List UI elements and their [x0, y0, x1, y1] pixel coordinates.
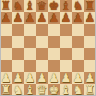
square-b7[interactable]: ♟ [12, 12, 24, 24]
chess-board[interactable]: ♜♞♝♛♚♝♞♜♟♟♟♟♟♟♟♟♟♟♟♟♟♟♟♟♜♞♝♛♚♝♞♜ [0, 0, 96, 96]
square-g4[interactable] [72, 48, 84, 60]
square-g1[interactable]: ♞ [72, 84, 84, 96]
square-f5[interactable] [60, 36, 72, 48]
square-h7[interactable]: ♟ [84, 12, 96, 24]
square-h4[interactable] [84, 48, 96, 60]
piece-white-bishop[interactable]: ♝ [61, 84, 72, 96]
square-f6[interactable] [60, 24, 72, 36]
square-d7[interactable]: ♟ [36, 12, 48, 24]
square-f4[interactable] [60, 48, 72, 60]
piece-black-pawn[interactable]: ♟ [61, 12, 72, 24]
piece-white-king[interactable]: ♚ [49, 84, 60, 96]
chess-app-window: ♜♞♝♛♚♝♞♜♟♟♟♟♟♟♟♟♟♟♟♟♟♟♟♟♜♞♝♛♚♝♞♜ [0, 0, 96, 96]
square-c6[interactable] [24, 24, 36, 36]
piece-black-pawn[interactable]: ♟ [85, 12, 96, 24]
square-d1[interactable]: ♛ [36, 84, 48, 96]
square-f1[interactable]: ♝ [60, 84, 72, 96]
piece-white-rook[interactable]: ♜ [85, 84, 96, 96]
square-g5[interactable] [72, 36, 84, 48]
square-g7[interactable]: ♟ [72, 12, 84, 24]
square-a6[interactable] [0, 24, 12, 36]
square-h1[interactable]: ♜ [84, 84, 96, 96]
square-d5[interactable] [36, 36, 48, 48]
piece-white-queen[interactable]: ♛ [37, 84, 48, 96]
square-e4[interactable] [48, 48, 60, 60]
square-a4[interactable] [0, 48, 12, 60]
square-b1[interactable]: ♞ [12, 84, 24, 96]
square-d6[interactable] [36, 24, 48, 36]
square-e7[interactable]: ♟ [48, 12, 60, 24]
square-a5[interactable] [0, 36, 12, 48]
square-e6[interactable] [48, 24, 60, 36]
piece-black-pawn[interactable]: ♟ [1, 12, 12, 24]
piece-black-pawn[interactable]: ♟ [49, 12, 60, 24]
square-e5[interactable] [48, 36, 60, 48]
piece-white-knight[interactable]: ♞ [73, 84, 84, 96]
square-c7[interactable]: ♟ [24, 12, 36, 24]
square-c1[interactable]: ♝ [24, 84, 36, 96]
square-d4[interactable] [36, 48, 48, 60]
square-c5[interactable] [24, 36, 36, 48]
piece-black-pawn[interactable]: ♟ [73, 12, 84, 24]
square-b4[interactable] [12, 48, 24, 60]
square-a7[interactable]: ♟ [0, 12, 12, 24]
square-a1[interactable]: ♜ [0, 84, 12, 96]
square-g6[interactable] [72, 24, 84, 36]
square-b6[interactable] [12, 24, 24, 36]
piece-white-bishop[interactable]: ♝ [25, 84, 36, 96]
piece-black-pawn[interactable]: ♟ [13, 12, 24, 24]
square-f7[interactable]: ♟ [60, 12, 72, 24]
piece-black-pawn[interactable]: ♟ [25, 12, 36, 24]
square-e1[interactable]: ♚ [48, 84, 60, 96]
piece-black-pawn[interactable]: ♟ [37, 12, 48, 24]
piece-white-knight[interactable]: ♞ [13, 84, 24, 96]
square-h6[interactable] [84, 24, 96, 36]
piece-white-rook[interactable]: ♜ [1, 84, 12, 96]
square-c4[interactable] [24, 48, 36, 60]
square-h5[interactable] [84, 36, 96, 48]
square-b5[interactable] [12, 36, 24, 48]
